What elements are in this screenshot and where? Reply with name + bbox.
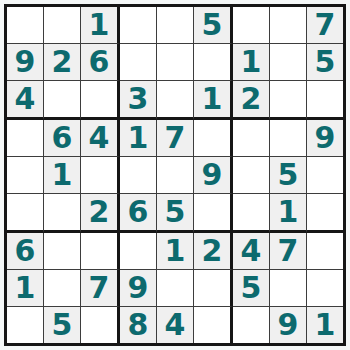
cell-r2c8[interactable]: [270, 44, 307, 81]
cell-r2c6[interactable]: [194, 44, 233, 81]
cell-r5c5[interactable]: [157, 157, 194, 194]
cell-r8c2[interactable]: [44, 270, 81, 307]
cell-r8c6[interactable]: [194, 270, 233, 307]
cell-r7c3[interactable]: [81, 233, 120, 270]
cell-r8c5[interactable]: [157, 270, 194, 307]
cell-r1c4[interactable]: [120, 7, 157, 44]
cell-r4c3: 4: [81, 120, 120, 157]
cell-r8c8[interactable]: [270, 270, 307, 307]
cell-r5c7[interactable]: [233, 157, 270, 194]
cell-r3c3[interactable]: [81, 81, 120, 120]
cell-r8c1: 1: [7, 270, 44, 307]
cell-r7c4[interactable]: [120, 233, 157, 270]
cell-r2c4[interactable]: [120, 44, 157, 81]
cell-r6c3: 2: [81, 194, 120, 233]
cell-r3c2[interactable]: [44, 81, 81, 120]
cell-r7c6: 2: [194, 233, 233, 270]
cell-r5c8: 5: [270, 157, 307, 194]
cell-r1c8[interactable]: [270, 7, 307, 44]
cell-r2c5[interactable]: [157, 44, 194, 81]
cell-r6c5: 5: [157, 194, 194, 233]
cell-r8c7: 5: [233, 270, 270, 307]
cell-r6c1[interactable]: [7, 194, 44, 233]
cell-r5c4[interactable]: [120, 157, 157, 194]
cell-r2c3: 6: [81, 44, 120, 81]
cell-r2c9: 5: [307, 44, 343, 81]
cell-r2c2: 2: [44, 44, 81, 81]
cell-r7c9[interactable]: [307, 233, 343, 270]
cell-r4c2: 6: [44, 120, 81, 157]
cell-r3c8[interactable]: [270, 81, 307, 120]
sudoku-widget: 15792615431264179195265161247179558491: [0, 0, 350, 350]
cell-r1c5[interactable]: [157, 7, 194, 44]
cell-r6c7[interactable]: [233, 194, 270, 233]
cell-r9c3[interactable]: [81, 307, 120, 343]
cell-r4c5: 7: [157, 120, 194, 157]
cell-r7c2[interactable]: [44, 233, 81, 270]
cell-r9c1[interactable]: [7, 307, 44, 343]
cell-r3c1: 4: [7, 81, 44, 120]
cell-r4c9: 9: [307, 120, 343, 157]
cell-r9c5: 4: [157, 307, 194, 343]
cell-r5c6: 9: [194, 157, 233, 194]
cell-r5c3[interactable]: [81, 157, 120, 194]
cell-r9c2: 5: [44, 307, 81, 343]
sudoku-board: 15792615431264179195265161247179558491: [4, 4, 346, 346]
cell-r2c7: 1: [233, 44, 270, 81]
cell-r7c7: 4: [233, 233, 270, 270]
cell-r3c9[interactable]: [307, 81, 343, 120]
cell-r4c7[interactable]: [233, 120, 270, 157]
cell-r1c7[interactable]: [233, 7, 270, 44]
cell-r9c9: 1: [307, 307, 343, 343]
cell-r6c9[interactable]: [307, 194, 343, 233]
cell-r8c4: 9: [120, 270, 157, 307]
cell-r9c7[interactable]: [233, 307, 270, 343]
cell-r3c5[interactable]: [157, 81, 194, 120]
cell-r7c8: 7: [270, 233, 307, 270]
cell-r8c9[interactable]: [307, 270, 343, 307]
cell-r5c9[interactable]: [307, 157, 343, 194]
cell-r5c1[interactable]: [7, 157, 44, 194]
cell-r1c3: 1: [81, 7, 120, 44]
cell-r1c9: 7: [307, 7, 343, 44]
cell-r7c1: 6: [7, 233, 44, 270]
cell-r4c6[interactable]: [194, 120, 233, 157]
cell-r9c4: 8: [120, 307, 157, 343]
cell-r6c6[interactable]: [194, 194, 233, 233]
cell-r1c1[interactable]: [7, 7, 44, 44]
cell-r3c4: 3: [120, 81, 157, 120]
cell-r4c4: 1: [120, 120, 157, 157]
cell-r4c1[interactable]: [7, 120, 44, 157]
cell-r7c5: 1: [157, 233, 194, 270]
cell-r9c6[interactable]: [194, 307, 233, 343]
cell-r2c1: 9: [7, 44, 44, 81]
cell-r5c2: 1: [44, 157, 81, 194]
cell-r4c8[interactable]: [270, 120, 307, 157]
cell-r3c6: 1: [194, 81, 233, 120]
cell-r1c2[interactable]: [44, 7, 81, 44]
cell-r1c6: 5: [194, 7, 233, 44]
cell-r8c3: 7: [81, 270, 120, 307]
cell-r6c8: 1: [270, 194, 307, 233]
cell-r6c2[interactable]: [44, 194, 81, 233]
cell-r9c8: 9: [270, 307, 307, 343]
cell-r6c4: 6: [120, 194, 157, 233]
cell-r3c7: 2: [233, 81, 270, 120]
